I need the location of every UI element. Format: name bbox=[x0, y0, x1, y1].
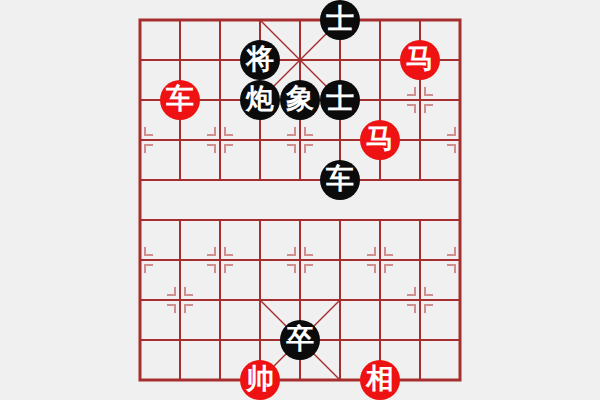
red-horse[interactable]: 马 bbox=[360, 120, 400, 160]
black-elephant[interactable]: 象 bbox=[280, 80, 320, 120]
black-advisor[interactable]: 士 bbox=[320, 80, 360, 120]
black-chariot[interactable]: 车 bbox=[320, 160, 360, 200]
xiangqi-board[interactable]: 士将马车炮象士马车卒帅相 bbox=[120, 0, 480, 400]
red-horse[interactable]: 马 bbox=[400, 40, 440, 80]
black-pawn[interactable]: 卒 bbox=[280, 320, 320, 360]
red-general[interactable]: 帅 bbox=[240, 360, 280, 400]
red-chariot[interactable]: 车 bbox=[160, 80, 200, 120]
black-cannon[interactable]: 炮 bbox=[240, 80, 280, 120]
red-elephant[interactable]: 相 bbox=[360, 360, 400, 400]
xiangqi-board-screenshot: 士将马车炮象士马车卒帅相 bbox=[0, 0, 600, 400]
black-advisor[interactable]: 士 bbox=[320, 0, 360, 40]
black-general[interactable]: 将 bbox=[240, 40, 280, 80]
